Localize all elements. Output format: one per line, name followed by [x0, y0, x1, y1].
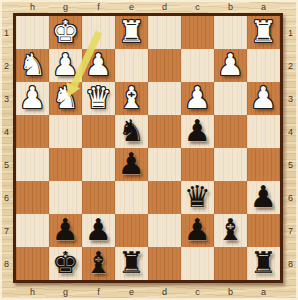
black-pawn[interactable]: ♟ — [184, 213, 211, 246]
square-g7[interactable]: ♟ — [49, 214, 82, 247]
rank-label: 4 — [284, 115, 297, 148]
square-g5[interactable] — [49, 148, 82, 181]
square-f5[interactable] — [82, 148, 115, 181]
black-king[interactable]: ♚ — [52, 246, 79, 279]
square-d3[interactable] — [148, 82, 181, 115]
square-b1[interactable] — [214, 16, 247, 49]
rank-label: 1 — [0, 16, 13, 49]
square-a4[interactable] — [247, 115, 280, 148]
square-d1[interactable] — [148, 16, 181, 49]
square-h1[interactable] — [16, 16, 49, 49]
square-d7[interactable] — [148, 214, 181, 247]
file-label: g — [49, 0, 82, 13]
white-bishop[interactable]: ♝ — [118, 81, 145, 114]
square-e4[interactable]: ♞ — [115, 115, 148, 148]
square-e1[interactable]: ♜ — [115, 16, 148, 49]
square-b5[interactable] — [214, 148, 247, 181]
square-h2[interactable]: ♞ — [16, 49, 49, 82]
square-c4[interactable]: ♟ — [181, 115, 214, 148]
white-king[interactable]: ♚ — [52, 15, 79, 48]
square-b2[interactable]: ♟ — [214, 49, 247, 82]
square-a1[interactable]: ♜ — [247, 16, 280, 49]
file-label: e — [115, 285, 148, 298]
square-f1[interactable] — [82, 16, 115, 49]
chess-board: ♚♜♜♞♟♟♟♟♞♛♝♟♟♞♟♟♛♟♟♟♟♝♚♝♜♜ — [13, 13, 283, 283]
square-c8[interactable] — [181, 247, 214, 280]
rank-label: 4 — [0, 115, 13, 148]
file-label: c — [181, 0, 214, 13]
rank-label: 1 — [284, 16, 297, 49]
black-rook[interactable]: ♜ — [118, 246, 145, 279]
white-pawn[interactable]: ♟ — [250, 81, 277, 114]
square-g8[interactable]: ♚ — [49, 247, 82, 280]
square-b3[interactable] — [214, 82, 247, 115]
rank-label: 7 — [0, 214, 13, 247]
black-bishop[interactable]: ♝ — [85, 246, 112, 279]
square-g2[interactable]: ♟ — [49, 49, 82, 82]
file-label: h — [16, 0, 49, 13]
square-e2[interactable] — [115, 49, 148, 82]
square-d4[interactable] — [148, 115, 181, 148]
file-label: c — [181, 285, 214, 298]
square-g3[interactable]: ♞ — [49, 82, 82, 115]
square-f2[interactable]: ♟ — [82, 49, 115, 82]
file-labels-top: hgfedcba — [16, 0, 280, 13]
rank-label: 6 — [284, 181, 297, 214]
square-e7[interactable] — [115, 214, 148, 247]
black-queen[interactable]: ♛ — [184, 180, 211, 213]
rank-label: 6 — [0, 181, 13, 214]
square-h8[interactable] — [16, 247, 49, 280]
square-c3[interactable]: ♟ — [181, 82, 214, 115]
square-c5[interactable] — [181, 148, 214, 181]
black-rook[interactable]: ♜ — [250, 246, 277, 279]
square-d2[interactable] — [148, 49, 181, 82]
square-f3[interactable]: ♛ — [82, 82, 115, 115]
file-labels-bottom: hgfedcba — [16, 285, 280, 298]
square-d8[interactable] — [148, 247, 181, 280]
file-label: f — [82, 0, 115, 13]
square-h4[interactable] — [16, 115, 49, 148]
square-d5[interactable] — [148, 148, 181, 181]
square-g1[interactable]: ♚ — [49, 16, 82, 49]
rank-label: 2 — [284, 49, 297, 82]
square-g6[interactable] — [49, 181, 82, 214]
file-label: f — [82, 285, 115, 298]
white-queen[interactable]: ♛ — [85, 81, 112, 114]
square-c2[interactable] — [181, 49, 214, 82]
square-h7[interactable] — [16, 214, 49, 247]
rank-labels-left: 12345678 — [0, 16, 13, 280]
rank-labels-right: 12345678 — [284, 16, 297, 280]
white-pawn[interactable]: ♟ — [19, 81, 46, 114]
square-c1[interactable] — [181, 16, 214, 49]
white-pawn[interactable]: ♟ — [52, 48, 79, 81]
white-pawn[interactable]: ♟ — [85, 48, 112, 81]
chess-board-screenshot: hgfedcba 12345678 12345678 hgfedcba ♚♜♜♞… — [0, 0, 298, 300]
square-f8[interactable]: ♝ — [82, 247, 115, 280]
file-label: b — [214, 0, 247, 13]
white-pawn[interactable]: ♟ — [217, 48, 244, 81]
black-bishop[interactable]: ♝ — [217, 213, 244, 246]
square-b6[interactable] — [214, 181, 247, 214]
black-pawn[interactable]: ♟ — [118, 147, 145, 180]
square-a8[interactable]: ♜ — [247, 247, 280, 280]
square-a3[interactable]: ♟ — [247, 82, 280, 115]
file-label: d — [148, 0, 181, 13]
rank-label: 8 — [284, 247, 297, 280]
square-e8[interactable]: ♜ — [115, 247, 148, 280]
square-c6[interactable]: ♛ — [181, 181, 214, 214]
file-label: b — [214, 285, 247, 298]
file-label: a — [247, 0, 280, 13]
square-d6[interactable] — [148, 181, 181, 214]
square-b7[interactable]: ♝ — [214, 214, 247, 247]
white-knight[interactable]: ♞ — [52, 81, 79, 114]
black-knight[interactable]: ♞ — [118, 114, 145, 147]
square-f6[interactable] — [82, 181, 115, 214]
rank-label: 3 — [0, 82, 13, 115]
square-e6[interactable] — [115, 181, 148, 214]
white-knight[interactable]: ♞ — [19, 48, 46, 81]
rank-label: 5 — [0, 148, 13, 181]
square-a6[interactable]: ♟ — [247, 181, 280, 214]
square-b4[interactable] — [214, 115, 247, 148]
rank-label: 2 — [0, 49, 13, 82]
white-pawn[interactable]: ♟ — [184, 81, 211, 114]
square-e5[interactable]: ♟ — [115, 148, 148, 181]
square-c7[interactable]: ♟ — [181, 214, 214, 247]
square-f7[interactable]: ♟ — [82, 214, 115, 247]
black-pawn[interactable]: ♟ — [250, 180, 277, 213]
rank-label: 5 — [284, 148, 297, 181]
black-pawn[interactable]: ♟ — [85, 213, 112, 246]
square-b8[interactable] — [214, 247, 247, 280]
square-h6[interactable] — [16, 181, 49, 214]
file-label: h — [16, 285, 49, 298]
square-f4[interactable] — [82, 115, 115, 148]
black-pawn[interactable]: ♟ — [52, 213, 79, 246]
file-label: g — [49, 285, 82, 298]
rank-label: 8 — [0, 247, 13, 280]
white-rook[interactable]: ♜ — [250, 15, 277, 48]
square-e3[interactable]: ♝ — [115, 82, 148, 115]
rank-label: 7 — [284, 214, 297, 247]
file-label: a — [247, 285, 280, 298]
white-rook[interactable]: ♜ — [118, 15, 145, 48]
file-label: e — [115, 0, 148, 13]
board-grid: ♚♜♜♞♟♟♟♟♞♛♝♟♟♞♟♟♛♟♟♟♟♝♚♝♜♜ — [16, 16, 280, 280]
file-label: d — [148, 285, 181, 298]
rank-label: 3 — [284, 82, 297, 115]
square-h3[interactable]: ♟ — [16, 82, 49, 115]
square-g4[interactable] — [49, 115, 82, 148]
square-a7[interactable] — [247, 214, 280, 247]
black-pawn[interactable]: ♟ — [184, 114, 211, 147]
square-h5[interactable] — [16, 148, 49, 181]
square-a5[interactable] — [247, 148, 280, 181]
square-a2[interactable] — [247, 49, 280, 82]
